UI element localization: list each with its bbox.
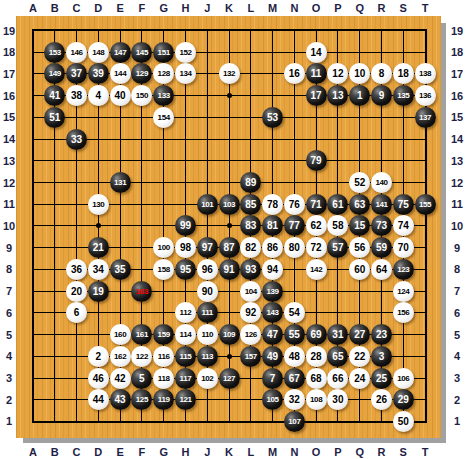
- go-board-diagram: AABBCCDDEEFFGGHHJJKKLLMMNNOOPPQQRRSSTT19…: [0, 0, 468, 459]
- move-number: 39: [88, 63, 109, 84]
- move-number: 159: [153, 324, 174, 345]
- stone-T15[interactable]: 137: [415, 107, 436, 128]
- row-label-right: 4: [448, 349, 466, 363]
- move-number: 146: [66, 42, 87, 63]
- column-label-top: H: [176, 1, 194, 15]
- stone-S6[interactable]: 156: [393, 302, 414, 323]
- row-label-right: 6: [448, 306, 466, 320]
- row-label-right: 13: [448, 154, 466, 168]
- stone-Q9[interactable]: 56: [349, 237, 370, 258]
- stone-G8[interactable]: 158: [153, 259, 174, 280]
- stone-R4[interactable]: 3: [371, 346, 392, 367]
- stone-H9[interactable]: 98: [175, 237, 196, 258]
- row-label-left: 1: [0, 414, 18, 428]
- stone-N1[interactable]: 107: [284, 411, 305, 432]
- stone-H2[interactable]: 121: [175, 389, 196, 410]
- stone-J5[interactable]: 110: [197, 324, 218, 345]
- row-label-right: 15: [448, 110, 466, 124]
- stone-M6[interactable]: 143: [262, 302, 283, 323]
- stone-L9[interactable]: 82: [240, 237, 261, 258]
- stone-O3[interactable]: 68: [306, 368, 327, 389]
- stone-P10[interactable]: 58: [327, 215, 348, 236]
- column-label-top: R: [372, 1, 390, 15]
- move-number: 7: [262, 368, 283, 389]
- move-number: 10: [349, 63, 370, 84]
- stone-C18[interactable]: 146: [66, 42, 87, 63]
- column-label-bottom: R: [372, 445, 390, 459]
- move-number: 137: [415, 107, 436, 128]
- stone-R10[interactable]: 73: [371, 215, 392, 236]
- move-number: 96: [197, 259, 218, 280]
- stone-E5[interactable]: 160: [110, 324, 131, 345]
- move-number: 40: [110, 85, 131, 106]
- column-label-top: O: [307, 1, 325, 15]
- column-label-top: Q: [351, 1, 369, 15]
- move-number: 65: [327, 346, 348, 367]
- column-label-bottom: G: [155, 445, 173, 459]
- row-label-left: 12: [0, 176, 18, 190]
- stone-O18[interactable]: 14: [306, 42, 327, 63]
- move-number: 77: [284, 215, 305, 236]
- stone-Q8[interactable]: 60: [349, 259, 370, 280]
- stone-G15[interactable]: 154: [153, 107, 174, 128]
- stone-O8[interactable]: 142: [306, 259, 327, 280]
- stone-D11[interactable]: 130: [88, 194, 109, 215]
- move-number: 139: [262, 281, 283, 302]
- move-number: 100: [153, 237, 174, 258]
- stone-D4[interactable]: 2: [88, 346, 109, 367]
- stone-F3[interactable]: 5: [131, 368, 152, 389]
- move-number: 42: [110, 368, 131, 389]
- move-number: 86: [262, 237, 283, 258]
- move-number: 74: [393, 215, 414, 236]
- stone-J7[interactable]: 90: [197, 281, 218, 302]
- stone-L5[interactable]: 126: [240, 324, 261, 345]
- stone-Q3[interactable]: 24: [349, 368, 370, 389]
- stone-F2[interactable]: 125: [131, 389, 152, 410]
- stone-J11[interactable]: 101: [197, 194, 218, 215]
- stone-N3[interactable]: 67: [284, 368, 305, 389]
- stone-R12[interactable]: 140: [371, 172, 392, 193]
- stone-P9[interactable]: 57: [327, 237, 348, 258]
- stone-M15[interactable]: 53: [262, 107, 283, 128]
- move-number: 34: [88, 259, 109, 280]
- stone-B16[interactable]: 41: [44, 85, 65, 106]
- stone-E16[interactable]: 40: [110, 85, 131, 106]
- stone-M3[interactable]: 7: [262, 368, 283, 389]
- move-number: 4: [88, 85, 109, 106]
- stone-Q12[interactable]: 52: [349, 172, 370, 193]
- stone-D2[interactable]: 44: [88, 389, 109, 410]
- stone-N5[interactable]: 55: [284, 324, 305, 345]
- row-label-right: 12: [448, 176, 466, 190]
- stone-H5[interactable]: 114: [175, 324, 196, 345]
- stone-T17[interactable]: 138: [415, 63, 436, 84]
- move-number: 123: [393, 259, 414, 280]
- stone-E4[interactable]: 162: [110, 346, 131, 367]
- stone-N10[interactable]: 77: [284, 215, 305, 236]
- stone-R5[interactable]: 23: [371, 324, 392, 345]
- move-number: 53: [262, 107, 283, 128]
- stone-K11[interactable]: 103: [219, 194, 240, 215]
- stone-S7[interactable]: 124: [393, 281, 414, 302]
- stone-L11[interactable]: 85: [240, 194, 261, 215]
- move-number: 24: [349, 368, 370, 389]
- column-label-bottom: Q: [351, 445, 369, 459]
- stone-F4[interactable]: 122: [131, 346, 152, 367]
- move-number: 1: [349, 85, 370, 106]
- stone-O10[interactable]: 62: [306, 215, 327, 236]
- stone-S16[interactable]: 135: [393, 85, 414, 106]
- stone-E18[interactable]: 147: [110, 42, 131, 63]
- stone-G17[interactable]: 128: [153, 63, 174, 84]
- stone-E17[interactable]: 144: [110, 63, 131, 84]
- stone-J8[interactable]: 96: [197, 259, 218, 280]
- row-label-left: 4: [0, 349, 18, 363]
- move-number: 56: [349, 237, 370, 258]
- row-label-right: 3: [448, 371, 466, 385]
- column-label-top: B: [46, 1, 64, 15]
- stone-S2[interactable]: 29: [393, 389, 414, 410]
- column-label-bottom: B: [46, 445, 64, 459]
- stone-M7[interactable]: 139: [262, 281, 283, 302]
- move-number: 129: [131, 63, 152, 84]
- move-number: 47: [262, 324, 283, 345]
- row-label-left: 7: [0, 284, 18, 298]
- move-number: 48: [284, 346, 305, 367]
- row-label-left: 19: [0, 24, 18, 38]
- move-number: 63: [349, 194, 370, 215]
- stone-K8[interactable]: 91: [219, 259, 240, 280]
- stone-L7[interactable]: 104: [240, 281, 261, 302]
- stone-J4[interactable]: 113: [197, 346, 218, 367]
- row-label-right: 19: [448, 24, 466, 38]
- stone-P5[interactable]: 31: [327, 324, 348, 345]
- stone-O9[interactable]: 72: [306, 237, 327, 258]
- stone-M8[interactable]: 94: [262, 259, 283, 280]
- stone-D16[interactable]: 4: [88, 85, 109, 106]
- move-number: 92: [240, 302, 261, 323]
- move-number: 108: [306, 389, 327, 410]
- column-label-top: E: [111, 1, 129, 15]
- stone-P11[interactable]: 61: [327, 194, 348, 215]
- stone-S17[interactable]: 18: [393, 63, 414, 84]
- stone-F17[interactable]: 129: [131, 63, 152, 84]
- move-number: 99: [175, 215, 196, 236]
- stone-K9[interactable]: 87: [219, 237, 240, 258]
- stone-H6[interactable]: 112: [175, 302, 196, 323]
- move-number: 49: [262, 346, 283, 367]
- stone-R9[interactable]: 59: [371, 237, 392, 258]
- stone-M2[interactable]: 105: [262, 389, 283, 410]
- column-label-bottom: A: [24, 445, 42, 459]
- stone-N6[interactable]: 54: [284, 302, 305, 323]
- move-number: 106: [393, 368, 414, 389]
- move-number: 130: [88, 194, 109, 215]
- stone-R8[interactable]: 64: [371, 259, 392, 280]
- move-number: 37: [66, 63, 87, 84]
- row-label-right: 5: [448, 328, 466, 342]
- stone-H18[interactable]: 152: [175, 42, 196, 63]
- stone-B17[interactable]: 149: [44, 63, 65, 84]
- move-number: 15: [349, 215, 370, 236]
- stone-G5[interactable]: 159: [153, 324, 174, 345]
- stone-O13[interactable]: 79: [306, 150, 327, 171]
- stone-C6[interactable]: 6: [66, 302, 87, 323]
- move-number: 8: [371, 63, 392, 84]
- move-number: 125: [131, 389, 152, 410]
- move-number: 27: [349, 324, 370, 345]
- stone-D9[interactable]: 21: [88, 237, 109, 258]
- move-number: 61: [327, 194, 348, 215]
- move-number: 93: [240, 259, 261, 280]
- column-label-bottom: E: [111, 445, 129, 459]
- row-label-right: 14: [448, 132, 466, 146]
- move-number: 19: [88, 281, 109, 302]
- stone-C17[interactable]: 37: [66, 63, 87, 84]
- column-label-bottom: P: [329, 445, 347, 459]
- stone-L4[interactable]: 157: [240, 346, 261, 367]
- move-number: 117: [175, 368, 196, 389]
- stone-M10[interactable]: 81: [262, 215, 283, 236]
- move-number: 83: [240, 215, 261, 236]
- stone-O5[interactable]: 69: [306, 324, 327, 345]
- stone-R2[interactable]: 26: [371, 389, 392, 410]
- move-number: 35: [110, 259, 131, 280]
- column-label-bottom: C: [68, 445, 86, 459]
- column-label-top: F: [133, 1, 151, 15]
- stone-M11[interactable]: 78: [262, 194, 283, 215]
- move-number: 28: [306, 346, 327, 367]
- stone-Q11[interactable]: 63: [349, 194, 370, 215]
- move-number: 46: [88, 368, 109, 389]
- stone-G2[interactable]: 119: [153, 389, 174, 410]
- stone-L10[interactable]: 83: [240, 215, 261, 236]
- stone-C7[interactable]: 20: [66, 281, 87, 302]
- stone-M4[interactable]: 49: [262, 346, 283, 367]
- stone-L8[interactable]: 93: [240, 259, 261, 280]
- move-number: 105: [262, 389, 283, 410]
- move-number: 14: [306, 42, 327, 63]
- column-label-top: N: [285, 1, 303, 15]
- stone-P17[interactable]: 12: [327, 63, 348, 84]
- row-label-left: 13: [0, 154, 18, 168]
- stone-G16[interactable]: 133: [153, 85, 174, 106]
- stone-O16[interactable]: 17: [306, 85, 327, 106]
- column-label-top: S: [394, 1, 412, 15]
- stone-R16[interactable]: 9: [371, 85, 392, 106]
- column-label-bottom: L: [242, 445, 260, 459]
- row-label-left: 18: [0, 45, 18, 59]
- move-number: 6: [66, 302, 87, 323]
- move-number: 151: [153, 42, 174, 63]
- stone-G18[interactable]: 151: [153, 42, 174, 63]
- stone-S10[interactable]: 74: [393, 215, 414, 236]
- stone-Q16[interactable]: 1: [349, 85, 370, 106]
- move-number: 67: [284, 368, 305, 389]
- row-label-left: 10: [0, 219, 18, 233]
- stone-M5[interactable]: 47: [262, 324, 283, 345]
- stone-D18[interactable]: 148: [88, 42, 109, 63]
- stone-D17[interactable]: 39: [88, 63, 109, 84]
- stone-T11[interactable]: 155: [415, 194, 436, 215]
- stone-S11[interactable]: 75: [393, 194, 414, 215]
- column-label-bottom: F: [133, 445, 151, 459]
- stone-O2[interactable]: 108: [306, 389, 327, 410]
- column-label-top: C: [68, 1, 86, 15]
- stone-M9[interactable]: 86: [262, 237, 283, 258]
- move-number: 43: [110, 389, 131, 410]
- stone-S1[interactable]: 50: [393, 411, 414, 432]
- move-number: 162: [110, 346, 131, 367]
- stone-C14[interactable]: 33: [66, 129, 87, 150]
- move-number: 134: [175, 63, 196, 84]
- stone-B15[interactable]: 51: [44, 107, 65, 128]
- stone-F5[interactable]: 161: [131, 324, 152, 345]
- move-number: 150: [131, 85, 152, 106]
- stone-Q17[interactable]: 10: [349, 63, 370, 84]
- stone-H4[interactable]: 115: [175, 346, 196, 367]
- move-number: 38: [66, 85, 87, 106]
- stone-D3[interactable]: 46: [88, 368, 109, 389]
- column-label-bottom: H: [176, 445, 194, 459]
- stone-H17[interactable]: 134: [175, 63, 196, 84]
- stone-K3[interactable]: 127: [219, 368, 240, 389]
- move-number: 142: [306, 259, 327, 280]
- stone-N4[interactable]: 48: [284, 346, 305, 367]
- move-number: 91: [219, 259, 240, 280]
- move-number: 155: [415, 194, 436, 215]
- move-number: 121: [175, 389, 196, 410]
- row-label-right: 18: [448, 45, 466, 59]
- stone-F18[interactable]: 145: [131, 42, 152, 63]
- column-label-bottom: S: [394, 445, 412, 459]
- stone-K5[interactable]: 109: [219, 324, 240, 345]
- stone-F7[interactable]: 163: [131, 281, 152, 302]
- stone-L6[interactable]: 92: [240, 302, 261, 323]
- move-number: 116: [153, 346, 174, 367]
- stone-R3[interactable]: 25: [371, 368, 392, 389]
- stone-Q4[interactable]: 22: [349, 346, 370, 367]
- stone-E3[interactable]: 42: [110, 368, 131, 389]
- move-number: 114: [175, 324, 196, 345]
- move-number: 158: [153, 259, 174, 280]
- stone-P2[interactable]: 30: [327, 389, 348, 410]
- move-number: 122: [131, 346, 152, 367]
- move-number: 3: [371, 346, 392, 367]
- hoshi-point: [227, 354, 232, 359]
- hoshi-point: [227, 93, 232, 98]
- stone-S3[interactable]: 106: [393, 368, 414, 389]
- column-label-top: D: [89, 1, 107, 15]
- stone-O11[interactable]: 71: [306, 194, 327, 215]
- move-number: 51: [44, 107, 65, 128]
- stone-J9[interactable]: 97: [197, 237, 218, 258]
- stone-J3[interactable]: 102: [197, 368, 218, 389]
- stone-H8[interactable]: 95: [175, 259, 196, 280]
- stone-P16[interactable]: 13: [327, 85, 348, 106]
- stone-N9[interactable]: 80: [284, 237, 305, 258]
- stone-S9[interactable]: 70: [393, 237, 414, 258]
- stone-G3[interactable]: 118: [153, 368, 174, 389]
- move-number: 54: [284, 302, 305, 323]
- column-label-bottom: T: [416, 445, 434, 459]
- stone-S8[interactable]: 123: [393, 259, 414, 280]
- move-number: 109: [219, 324, 240, 345]
- stone-E12[interactable]: 131: [110, 172, 131, 193]
- stone-G9[interactable]: 100: [153, 237, 174, 258]
- row-label-right: 17: [448, 67, 466, 81]
- stone-H10[interactable]: 99: [175, 215, 196, 236]
- stone-O17[interactable]: 11: [306, 63, 327, 84]
- stone-L12[interactable]: 89: [240, 172, 261, 193]
- stone-D8[interactable]: 34: [88, 259, 109, 280]
- stone-Q10[interactable]: 15: [349, 215, 370, 236]
- stone-E2[interactable]: 43: [110, 389, 131, 410]
- move-number: 60: [349, 259, 370, 280]
- move-number: 32: [284, 389, 305, 410]
- move-number: 22: [349, 346, 370, 367]
- move-number: 21: [88, 237, 109, 258]
- move-number: 97: [197, 237, 218, 258]
- stone-P4[interactable]: 65: [327, 346, 348, 367]
- row-label-left: 8: [0, 262, 18, 276]
- stone-C16[interactable]: 38: [66, 85, 87, 106]
- stone-E8[interactable]: 35: [110, 259, 131, 280]
- move-number: 29: [393, 389, 414, 410]
- move-number: 141: [371, 194, 392, 215]
- move-number: 156: [393, 302, 414, 323]
- row-label-right: 10: [448, 219, 466, 233]
- move-number: 17: [306, 85, 327, 106]
- stone-J6[interactable]: 111: [197, 302, 218, 323]
- stone-N11[interactable]: 76: [284, 194, 305, 215]
- move-number: 132: [219, 63, 240, 84]
- stone-G4[interactable]: 116: [153, 346, 174, 367]
- move-number: 26: [371, 389, 392, 410]
- stone-O4[interactable]: 28: [306, 346, 327, 367]
- move-number: 152: [175, 42, 196, 63]
- stone-T16[interactable]: 136: [415, 85, 436, 106]
- move-number: 160: [110, 324, 131, 345]
- stone-H3[interactable]: 117: [175, 368, 196, 389]
- stone-R11[interactable]: 141: [371, 194, 392, 215]
- stone-C8[interactable]: 36: [66, 259, 87, 280]
- row-label-left: 2: [0, 393, 18, 407]
- stone-N17[interactable]: 16: [284, 63, 305, 84]
- move-number: 95: [175, 259, 196, 280]
- stone-Q5[interactable]: 27: [349, 324, 370, 345]
- row-label-left: 5: [0, 328, 18, 342]
- stone-D7[interactable]: 19: [88, 281, 109, 302]
- move-number: 18: [393, 63, 414, 84]
- stone-R17[interactable]: 8: [371, 63, 392, 84]
- stone-B18[interactable]: 153: [44, 42, 65, 63]
- move-number: 59: [371, 237, 392, 258]
- move-number: 16: [284, 63, 305, 84]
- row-label-left: 11: [0, 197, 18, 211]
- move-number: 81: [262, 215, 283, 236]
- row-label-right: 2: [448, 393, 466, 407]
- stone-P3[interactable]: 66: [327, 368, 348, 389]
- stone-N2[interactable]: 32: [284, 389, 305, 410]
- row-label-left: 3: [0, 371, 18, 385]
- stone-K17[interactable]: 132: [219, 63, 240, 84]
- move-number: 75: [393, 194, 414, 215]
- column-label-bottom: D: [89, 445, 107, 459]
- column-label-bottom: K: [220, 445, 238, 459]
- stone-F16[interactable]: 150: [131, 85, 152, 106]
